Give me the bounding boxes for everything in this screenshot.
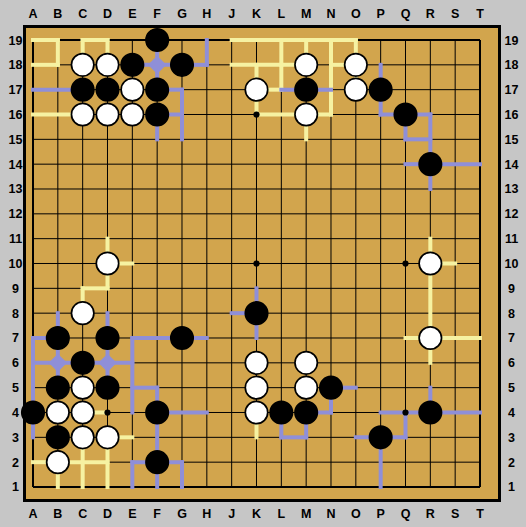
coord-label: 18 bbox=[505, 58, 519, 72]
white-stone-M5 bbox=[295, 376, 317, 398]
coord-label: 18 bbox=[9, 58, 23, 72]
coord-label: 3 bbox=[12, 431, 19, 445]
black-stone-G18 bbox=[171, 54, 193, 76]
white-stone-E16 bbox=[121, 103, 143, 125]
white-stone-M18 bbox=[295, 54, 317, 76]
white-stone-R7 bbox=[419, 327, 441, 349]
coord-label: D bbox=[103, 7, 112, 21]
coord-label: 14 bbox=[9, 158, 23, 172]
black-stone-M17 bbox=[295, 78, 317, 100]
coord-label: 5 bbox=[508, 381, 515, 395]
coord-label: O bbox=[351, 7, 361, 21]
black-stone-R4 bbox=[419, 401, 441, 423]
star-point-K16 bbox=[253, 111, 259, 117]
black-stone-F17 bbox=[146, 78, 168, 100]
coord-label: S bbox=[451, 507, 459, 521]
coord-label: 13 bbox=[505, 182, 519, 196]
coord-label: 6 bbox=[508, 356, 515, 370]
coord-label: D bbox=[103, 507, 112, 521]
coord-label: 17 bbox=[505, 83, 519, 97]
coord-label: 1 bbox=[12, 480, 19, 494]
white-stone-B2 bbox=[47, 451, 69, 473]
white-stone-E17 bbox=[121, 78, 143, 100]
coord-label: R bbox=[426, 7, 435, 21]
white-stone-B4 bbox=[47, 401, 69, 423]
coord-label: L bbox=[278, 7, 286, 21]
white-stone-D18 bbox=[96, 54, 118, 76]
white-stone-C8 bbox=[71, 302, 93, 324]
black-stone-P3 bbox=[369, 426, 391, 448]
black-stone-D7 bbox=[96, 327, 118, 349]
coord-label: C bbox=[78, 507, 87, 521]
star-point-D4 bbox=[104, 409, 110, 415]
coord-label: 19 bbox=[9, 34, 23, 48]
coord-label: C bbox=[78, 7, 87, 21]
coord-label: M bbox=[301, 507, 311, 521]
coord-label: 10 bbox=[505, 257, 519, 271]
coord-label: 9 bbox=[12, 282, 19, 296]
coord-label: F bbox=[153, 7, 161, 21]
black-stone-F19 bbox=[146, 29, 168, 51]
black-stone-B7 bbox=[47, 327, 69, 349]
coord-label: O bbox=[351, 507, 361, 521]
coord-label: K bbox=[252, 7, 261, 21]
go-app-screen: AABBCCDDEEFFGGHHJJKKLLMMNNOOPPQQRRSSTT19… bbox=[0, 0, 526, 527]
white-stone-O17 bbox=[345, 78, 367, 100]
coord-label: 2 bbox=[508, 456, 515, 470]
coord-label: R bbox=[426, 507, 435, 521]
coord-label: E bbox=[128, 507, 136, 521]
coord-label: H bbox=[202, 507, 211, 521]
coord-label: L bbox=[278, 507, 286, 521]
star-point-Q10 bbox=[402, 260, 408, 266]
coord-label: 11 bbox=[9, 232, 22, 246]
white-stone-K4 bbox=[245, 401, 267, 423]
coord-label: 7 bbox=[508, 331, 515, 345]
star-point-K10 bbox=[253, 260, 259, 266]
coord-label: M bbox=[301, 7, 311, 21]
coord-label: A bbox=[28, 7, 37, 21]
coord-label: 16 bbox=[505, 108, 519, 122]
coord-label: 5 bbox=[12, 381, 19, 395]
coord-label: 15 bbox=[9, 133, 23, 147]
white-stone-D3 bbox=[96, 426, 118, 448]
black-stone-G7 bbox=[171, 327, 193, 349]
coord-label: 12 bbox=[505, 207, 519, 221]
white-stone-C18 bbox=[71, 54, 93, 76]
coord-label: 12 bbox=[9, 207, 23, 221]
black-stone-F2 bbox=[146, 451, 168, 473]
black-stone-F16 bbox=[146, 103, 168, 125]
black-stone-M4 bbox=[295, 401, 317, 423]
go-board[interactable]: AABBCCDDEEFFGGHHJJKKLLMMNNOOPPQQRRSSTT19… bbox=[0, 0, 526, 527]
white-stone-C4 bbox=[71, 401, 93, 423]
coord-label: P bbox=[376, 507, 384, 521]
coord-label: T bbox=[476, 507, 484, 521]
black-stone-N5 bbox=[320, 376, 342, 398]
white-stone-K6 bbox=[245, 352, 267, 374]
coord-label: A bbox=[28, 507, 37, 521]
black-stone-A4 bbox=[22, 401, 44, 423]
coord-label: 15 bbox=[505, 133, 519, 147]
black-stone-E18 bbox=[121, 54, 143, 76]
coord-label: J bbox=[228, 7, 235, 21]
black-stone-L4 bbox=[270, 401, 292, 423]
white-stone-C3 bbox=[71, 426, 93, 448]
coord-label: 14 bbox=[505, 158, 519, 172]
white-stone-M16 bbox=[295, 103, 317, 125]
white-stone-D10 bbox=[96, 252, 118, 274]
coord-label: 16 bbox=[9, 108, 23, 122]
coord-label: 7 bbox=[12, 331, 19, 345]
coord-label: S bbox=[451, 7, 459, 21]
black-stone-D17 bbox=[96, 78, 118, 100]
black-stone-C17 bbox=[71, 78, 93, 100]
black-stone-P17 bbox=[369, 78, 391, 100]
white-stone-D16 bbox=[96, 103, 118, 125]
star-point-Q4 bbox=[402, 409, 408, 415]
black-stone-K8 bbox=[245, 302, 267, 324]
black-stone-B3 bbox=[47, 426, 69, 448]
coord-label: 2 bbox=[12, 456, 19, 470]
coord-label: G bbox=[177, 507, 187, 521]
white-stone-C5 bbox=[71, 376, 93, 398]
white-stone-K5 bbox=[245, 376, 267, 398]
coord-label: 6 bbox=[12, 356, 19, 370]
white-stone-K17 bbox=[245, 78, 267, 100]
white-stone-R10 bbox=[419, 252, 441, 274]
black-stone-D5 bbox=[96, 376, 118, 398]
black-stone-R14 bbox=[419, 153, 441, 175]
coord-label: N bbox=[326, 7, 335, 21]
white-stone-M6 bbox=[295, 352, 317, 374]
black-stone-Q16 bbox=[394, 103, 416, 125]
coord-label: H bbox=[202, 7, 211, 21]
coord-label: 3 bbox=[508, 431, 515, 445]
coord-label: 19 bbox=[505, 34, 519, 48]
coord-label: F bbox=[153, 507, 161, 521]
coord-label: P bbox=[376, 7, 384, 21]
coord-label: Q bbox=[401, 7, 411, 21]
black-stone-B5 bbox=[47, 376, 69, 398]
coord-label: G bbox=[177, 7, 187, 21]
coord-label: K bbox=[252, 507, 261, 521]
coord-label: T bbox=[476, 7, 484, 21]
coord-label: 17 bbox=[9, 83, 23, 97]
coord-label: 4 bbox=[12, 406, 19, 420]
coord-label: Q bbox=[401, 507, 411, 521]
black-stone-F4 bbox=[146, 401, 168, 423]
coord-label: 4 bbox=[508, 406, 515, 420]
coord-label: 10 bbox=[9, 257, 23, 271]
coord-label: 11 bbox=[505, 232, 518, 246]
coord-label: E bbox=[128, 7, 136, 21]
coord-label: 8 bbox=[12, 307, 19, 321]
coord-label: B bbox=[53, 507, 62, 521]
coord-label: 13 bbox=[9, 182, 23, 196]
coord-label: N bbox=[326, 507, 335, 521]
coord-label: 8 bbox=[508, 307, 515, 321]
coord-label: 1 bbox=[508, 480, 515, 494]
coord-label: J bbox=[228, 507, 235, 521]
coord-label: B bbox=[53, 7, 62, 21]
coord-label: 9 bbox=[508, 282, 515, 296]
white-stone-O18 bbox=[345, 54, 367, 76]
white-stone-C16 bbox=[71, 103, 93, 125]
black-stone-C6 bbox=[71, 352, 93, 374]
